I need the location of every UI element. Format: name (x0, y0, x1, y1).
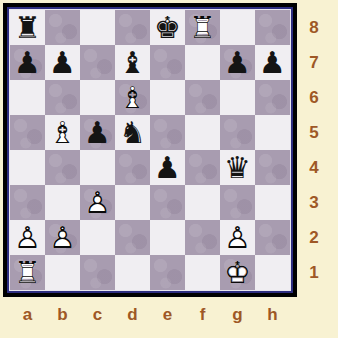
rank-label-2: 2 (299, 220, 329, 255)
square-h5[interactable] (255, 115, 290, 150)
square-c8[interactable] (80, 10, 115, 45)
square-e7[interactable] (150, 45, 185, 80)
square-b1[interactable] (45, 255, 80, 290)
piece-white-pawn-outline: ♙ (220, 220, 255, 255)
square-g8[interactable] (220, 10, 255, 45)
square-g4[interactable]: ♛ (220, 150, 255, 185)
square-a7[interactable]: ♟ (10, 45, 45, 80)
piece-black-king: ♚ (150, 10, 185, 45)
piece-black-pawn: ♟ (10, 45, 45, 80)
square-h4[interactable] (255, 150, 290, 185)
square-e2[interactable] (150, 220, 185, 255)
square-g2[interactable]: ♟♙ (220, 220, 255, 255)
rank-label-7: 7 (299, 45, 329, 80)
square-f6[interactable] (185, 80, 220, 115)
square-e4[interactable]: ♟ (150, 150, 185, 185)
square-a3[interactable] (10, 185, 45, 220)
square-a4[interactable] (10, 150, 45, 185)
square-e1[interactable] (150, 255, 185, 290)
square-d7[interactable]: ♝ (115, 45, 150, 80)
piece-white-king-outline: ♔ (220, 255, 255, 290)
piece-black-rook: ♜ (10, 10, 45, 45)
square-e3[interactable] (150, 185, 185, 220)
piece-white-bishop-outline: ♗ (115, 80, 150, 115)
square-d3[interactable] (115, 185, 150, 220)
square-c1[interactable] (80, 255, 115, 290)
square-a1[interactable]: ♜♖ (10, 255, 45, 290)
square-d6[interactable]: ♝♗ (115, 80, 150, 115)
piece-white-rook-outline: ♖ (10, 255, 45, 290)
square-d1[interactable] (115, 255, 150, 290)
piece-white-rook-outline: ♖ (185, 10, 220, 45)
square-f2[interactable] (185, 220, 220, 255)
square-f1[interactable] (185, 255, 220, 290)
rank-label-5: 5 (299, 115, 329, 150)
square-b6[interactable] (45, 80, 80, 115)
square-e8[interactable]: ♚ (150, 10, 185, 45)
board-inner-border: ♜♚♜♖♟♟♝♟♟♝♗♝♗♟♞♟♛♟♙♟♙♟♙♟♙♜♖♚♔ (7, 7, 293, 293)
square-b5[interactable]: ♝♗ (45, 115, 80, 150)
square-d8[interactable] (115, 10, 150, 45)
square-g5[interactable] (220, 115, 255, 150)
file-label-c: c (80, 299, 115, 331)
square-b4[interactable] (45, 150, 80, 185)
square-a2[interactable]: ♟♙ (10, 220, 45, 255)
square-b8[interactable] (45, 10, 80, 45)
piece-black-queen: ♛ (220, 150, 255, 185)
square-g3[interactable] (220, 185, 255, 220)
piece-white-pawn-outline: ♙ (80, 185, 115, 220)
piece-white-pawn-outline: ♙ (10, 220, 45, 255)
piece-black-pawn: ♟ (220, 45, 255, 80)
file-coordinates: abcdefgh (10, 299, 290, 331)
square-f3[interactable] (185, 185, 220, 220)
square-f7[interactable] (185, 45, 220, 80)
square-g6[interactable] (220, 80, 255, 115)
file-label-d: d (115, 299, 150, 331)
rank-label-3: 3 (299, 185, 329, 220)
square-c5[interactable]: ♟ (80, 115, 115, 150)
file-label-h: h (255, 299, 290, 331)
square-h6[interactable] (255, 80, 290, 115)
square-a6[interactable] (10, 80, 45, 115)
page-background: ♜♚♜♖♟♟♝♟♟♝♗♝♗♟♞♟♛♟♙♟♙♟♙♟♙♜♖♚♔ 87654321 a… (0, 0, 338, 338)
piece-black-pawn: ♟ (45, 45, 80, 80)
file-label-f: f (185, 299, 220, 331)
file-label-g: g (220, 299, 255, 331)
square-d2[interactable] (115, 220, 150, 255)
file-label-a: a (10, 299, 45, 331)
square-d5[interactable]: ♞ (115, 115, 150, 150)
rank-label-6: 6 (299, 80, 329, 115)
square-d4[interactable] (115, 150, 150, 185)
rank-label-4: 4 (299, 150, 329, 185)
square-c3[interactable]: ♟♙ (80, 185, 115, 220)
square-g1[interactable]: ♚♔ (220, 255, 255, 290)
board-frame: ♜♚♜♖♟♟♝♟♟♝♗♝♗♟♞♟♛♟♙♟♙♟♙♟♙♜♖♚♔ (3, 3, 297, 297)
square-c4[interactable] (80, 150, 115, 185)
square-b7[interactable]: ♟ (45, 45, 80, 80)
square-a8[interactable]: ♜ (10, 10, 45, 45)
piece-black-pawn: ♟ (255, 45, 290, 80)
square-h3[interactable] (255, 185, 290, 220)
square-h2[interactable] (255, 220, 290, 255)
rank-label-8: 8 (299, 10, 329, 45)
square-b3[interactable] (45, 185, 80, 220)
square-c7[interactable] (80, 45, 115, 80)
square-f4[interactable] (185, 150, 220, 185)
file-label-b: b (45, 299, 80, 331)
square-h8[interactable] (255, 10, 290, 45)
square-h7[interactable]: ♟ (255, 45, 290, 80)
square-g7[interactable]: ♟ (220, 45, 255, 80)
rank-coordinates: 87654321 (299, 10, 329, 290)
square-c2[interactable] (80, 220, 115, 255)
square-e6[interactable] (150, 80, 185, 115)
piece-white-pawn-outline: ♙ (45, 220, 80, 255)
square-a5[interactable] (10, 115, 45, 150)
square-f5[interactable] (185, 115, 220, 150)
board-rim: ♜♚♜♖♟♟♝♟♟♝♗♝♗♟♞♟♛♟♙♟♙♟♙♟♙♜♖♚♔ (9, 9, 291, 291)
file-label-e: e (150, 299, 185, 331)
square-f8[interactable]: ♜♖ (185, 10, 220, 45)
square-h1[interactable] (255, 255, 290, 290)
chess-board: ♜♚♜♖♟♟♝♟♟♝♗♝♗♟♞♟♛♟♙♟♙♟♙♟♙♜♖♚♔ (10, 10, 290, 290)
rank-label-1: 1 (299, 255, 329, 290)
piece-black-knight: ♞ (115, 115, 150, 150)
square-e5[interactable] (150, 115, 185, 150)
piece-black-pawn: ♟ (150, 150, 185, 185)
square-b2[interactable]: ♟♙ (45, 220, 80, 255)
piece-black-bishop: ♝ (115, 45, 150, 80)
piece-white-bishop-outline: ♗ (45, 115, 80, 150)
piece-black-pawn: ♟ (80, 115, 115, 150)
square-c6[interactable] (80, 80, 115, 115)
